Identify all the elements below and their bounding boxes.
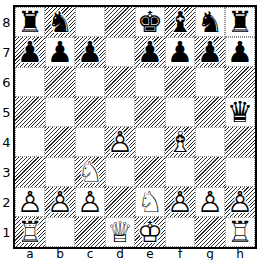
square-h3[interactable] bbox=[225, 157, 255, 187]
square-h1[interactable]: ♜♖ bbox=[225, 217, 255, 247]
square-h4[interactable] bbox=[225, 127, 255, 157]
square-e4[interactable] bbox=[135, 127, 165, 157]
square-g2[interactable]: ♟♙ bbox=[195, 187, 225, 217]
square-d2[interactable] bbox=[105, 187, 135, 217]
file-label-a: a bbox=[15, 249, 45, 260]
rank-label-8: 8 bbox=[0, 7, 13, 37]
square-e2[interactable]: ♞♘ bbox=[135, 187, 165, 217]
square-b8[interactable]: ♞ bbox=[45, 7, 75, 37]
square-b1[interactable] bbox=[45, 217, 75, 247]
square-b4[interactable] bbox=[45, 127, 75, 157]
square-g1[interactable] bbox=[195, 217, 225, 247]
square-c5[interactable] bbox=[75, 97, 105, 127]
square-c4[interactable] bbox=[75, 127, 105, 157]
square-a3[interactable] bbox=[15, 157, 45, 187]
square-d1[interactable]: ♛♕ bbox=[105, 217, 135, 247]
square-e1[interactable]: ♚♔ bbox=[135, 217, 165, 247]
square-b2[interactable]: ♟♙ bbox=[45, 187, 75, 217]
rank-label-5: 5 bbox=[0, 97, 13, 127]
rank-labels: 87654321 bbox=[0, 7, 13, 247]
white-king[interactable]: ♔ bbox=[135, 217, 165, 247]
chess-board: ♜♞♚♝♞♜♟♟♟♟♟♟♟♛♟♙♝♗♞♘♟♙♟♙♟♙♞♘♟♙♟♙♟♙♜♖♛♕♚♔… bbox=[13, 5, 257, 249]
square-c1[interactable] bbox=[75, 217, 105, 247]
square-f6[interactable] bbox=[165, 67, 195, 97]
file-label-d: d bbox=[105, 249, 135, 260]
file-labels: abcdefgh bbox=[15, 249, 255, 260]
square-a7[interactable]: ♟ bbox=[15, 37, 45, 67]
square-b5[interactable] bbox=[45, 97, 75, 127]
file-label-e: e bbox=[135, 249, 165, 260]
square-h2[interactable]: ♟♙ bbox=[225, 187, 255, 217]
rank-label-3: 3 bbox=[0, 157, 13, 187]
square-d3[interactable] bbox=[105, 157, 135, 187]
square-e5[interactable] bbox=[135, 97, 165, 127]
square-c7[interactable]: ♟ bbox=[75, 37, 105, 67]
square-h7[interactable]: ♟ bbox=[225, 37, 255, 67]
rank-label-4: 4 bbox=[0, 127, 13, 157]
white-rook[interactable]: ♖ bbox=[225, 217, 255, 247]
black-bishop[interactable]: ♝ bbox=[165, 7, 195, 37]
square-h6[interactable] bbox=[225, 67, 255, 97]
white-pawn[interactable]: ♙ bbox=[195, 187, 225, 217]
white-queen[interactable]: ♕ bbox=[105, 217, 135, 247]
square-a1[interactable]: ♜♖ bbox=[15, 217, 45, 247]
square-c3[interactable]: ♞♘ bbox=[75, 157, 105, 187]
square-g3[interactable] bbox=[195, 157, 225, 187]
square-h8[interactable]: ♜ bbox=[225, 7, 255, 37]
black-knight[interactable]: ♞ bbox=[195, 7, 225, 37]
square-f3[interactable] bbox=[165, 157, 195, 187]
square-d8[interactable] bbox=[105, 7, 135, 37]
square-h5[interactable]: ♛ bbox=[225, 97, 255, 127]
black-king[interactable]: ♚ bbox=[135, 7, 165, 37]
file-label-b: b bbox=[45, 249, 75, 260]
black-pawn[interactable]: ♟ bbox=[135, 37, 165, 67]
square-e8[interactable]: ♚ bbox=[135, 7, 165, 37]
rank-label-2: 2 bbox=[0, 187, 13, 217]
square-c6[interactable] bbox=[75, 67, 105, 97]
white-pawn[interactable]: ♙ bbox=[75, 187, 105, 217]
square-g8[interactable]: ♞ bbox=[195, 7, 225, 37]
square-d5[interactable] bbox=[105, 97, 135, 127]
square-b6[interactable] bbox=[45, 67, 75, 97]
white-knight[interactable]: ♘ bbox=[135, 187, 165, 217]
white-bishop[interactable]: ♗ bbox=[165, 127, 195, 157]
file-label-c: c bbox=[75, 249, 105, 260]
white-rook[interactable]: ♖ bbox=[15, 217, 45, 247]
black-pawn[interactable]: ♟ bbox=[15, 37, 45, 67]
square-f2[interactable]: ♟♙ bbox=[165, 187, 195, 217]
rank-label-1: 1 bbox=[0, 217, 13, 247]
square-d6[interactable] bbox=[105, 67, 135, 97]
black-rook[interactable]: ♜ bbox=[15, 7, 45, 37]
square-d4[interactable]: ♟♙ bbox=[105, 127, 135, 157]
black-pawn[interactable]: ♟ bbox=[75, 37, 105, 67]
white-pawn[interactable]: ♙ bbox=[45, 187, 75, 217]
square-f5[interactable] bbox=[165, 97, 195, 127]
square-e3[interactable] bbox=[135, 157, 165, 187]
square-g4[interactable] bbox=[195, 127, 225, 157]
square-b7[interactable]: ♟ bbox=[45, 37, 75, 67]
square-g6[interactable] bbox=[195, 67, 225, 97]
white-pawn[interactable]: ♙ bbox=[15, 187, 45, 217]
white-pawn[interactable]: ♙ bbox=[105, 127, 135, 157]
black-pawn[interactable]: ♟ bbox=[225, 37, 255, 67]
square-e7[interactable]: ♟ bbox=[135, 37, 165, 67]
rank-label-6: 6 bbox=[0, 67, 13, 97]
black-queen[interactable]: ♛ bbox=[225, 97, 255, 127]
square-g7[interactable]: ♟ bbox=[195, 37, 225, 67]
square-f7[interactable]: ♟ bbox=[165, 37, 195, 67]
file-label-f: f bbox=[165, 249, 195, 260]
square-c2[interactable]: ♟♙ bbox=[75, 187, 105, 217]
rank-label-7: 7 bbox=[0, 37, 13, 67]
black-pawn[interactable]: ♟ bbox=[195, 37, 225, 67]
square-a2[interactable]: ♟♙ bbox=[15, 187, 45, 217]
file-label-h: h bbox=[225, 249, 255, 260]
square-g5[interactable] bbox=[195, 97, 225, 127]
file-label-g: g bbox=[195, 249, 225, 260]
black-pawn[interactable]: ♟ bbox=[45, 37, 75, 67]
square-a8[interactable]: ♜ bbox=[15, 7, 45, 37]
white-pawn[interactable]: ♙ bbox=[225, 187, 255, 217]
square-f8[interactable]: ♝ bbox=[165, 7, 195, 37]
square-a4[interactable] bbox=[15, 127, 45, 157]
square-e6[interactable] bbox=[135, 67, 165, 97]
black-rook[interactable]: ♜ bbox=[225, 7, 255, 37]
white-knight[interactable]: ♘ bbox=[75, 157, 105, 187]
black-pawn[interactable]: ♟ bbox=[165, 37, 195, 67]
square-a5[interactable] bbox=[15, 97, 45, 127]
square-a6[interactable] bbox=[15, 67, 45, 97]
square-f1[interactable] bbox=[165, 217, 195, 247]
white-pawn[interactable]: ♙ bbox=[165, 187, 195, 217]
black-knight[interactable]: ♞ bbox=[45, 7, 75, 37]
square-b3[interactable] bbox=[45, 157, 75, 187]
square-f4[interactable]: ♝♗ bbox=[165, 127, 195, 157]
square-c8[interactable] bbox=[75, 7, 105, 37]
square-d7[interactable] bbox=[105, 37, 135, 67]
chess-diagram: 87654321 ♜♞♚♝♞♜♟♟♟♟♟♟♟♛♟♙♝♗♞♘♟♙♟♙♟♙♞♘♟♙♟… bbox=[0, 0, 260, 260]
